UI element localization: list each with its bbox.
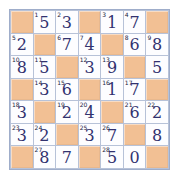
- clue-number: 7: [80, 34, 84, 41]
- cell-digit: 7: [130, 15, 140, 31]
- entry-cell-r3c7[interactable]: 5: [146, 56, 168, 78]
- entry-cell-r3c4[interactable]: 123: [79, 56, 101, 78]
- clue-number: 22: [147, 101, 155, 108]
- blocked-cell-r1c1: [11, 11, 33, 33]
- clue-number: 24: [35, 124, 43, 131]
- clue-number: 4: [125, 11, 129, 18]
- blocked-cell-r6c6: [124, 124, 146, 146]
- clue-number: 21: [125, 101, 133, 108]
- cell-digit: 5: [39, 15, 49, 31]
- cell-digit: 8: [152, 37, 162, 53]
- clue-number: 16: [102, 79, 110, 86]
- entry-cell-r5c6[interactable]: 216: [124, 101, 146, 123]
- clue-number: 27: [35, 146, 43, 153]
- clue-number: 9: [147, 34, 151, 41]
- cell-digit: 7: [62, 37, 72, 53]
- clue-number: 8: [125, 34, 129, 41]
- entry-cell-r6c7[interactable]: 8: [146, 124, 168, 146]
- clue-number: 5: [12, 34, 16, 41]
- entry-cell-r1c3[interactable]: 23: [56, 11, 78, 33]
- cell-digit: 1: [107, 15, 117, 31]
- blocked-cell-r7c4: [79, 146, 101, 168]
- entry-cell-r6c5[interactable]: 267: [101, 124, 123, 146]
- entry-cell-r7c3[interactable]: 7: [56, 146, 78, 168]
- blocked-cell-r4c4: [79, 79, 101, 101]
- puzzle-board: 1523314752677486981081151231395143156161…: [9, 9, 170, 170]
- cell-digit: 4: [84, 37, 94, 53]
- blocked-cell-r2c5: [101, 34, 123, 56]
- entry-cell-r4c2[interactable]: 143: [34, 79, 56, 101]
- clue-number: 14: [35, 79, 43, 86]
- blocked-cell-r5c5: [101, 101, 123, 123]
- blocked-cell-r6c3: [56, 124, 78, 146]
- entry-cell-r2c4[interactable]: 74: [79, 34, 101, 56]
- cell-digit: 2: [17, 37, 27, 53]
- entry-cell-r1c6[interactable]: 47: [124, 11, 146, 33]
- entry-cell-r4c6[interactable]: 177: [124, 79, 146, 101]
- entry-cell-r7c5[interactable]: 285: [101, 146, 123, 168]
- cell-digit: 0: [130, 150, 140, 166]
- entry-cell-r1c2[interactable]: 15: [34, 11, 56, 33]
- clue-number: 26: [102, 124, 110, 131]
- clue-number: 17: [125, 79, 133, 86]
- entry-cell-r3c2[interactable]: 115: [34, 56, 56, 78]
- entry-cell-r2c6[interactable]: 86: [124, 34, 146, 56]
- blocked-cell-r7c1: [11, 146, 33, 168]
- blocked-cell-r4c1: [11, 79, 33, 101]
- entry-cell-r7c2[interactable]: 278: [34, 146, 56, 168]
- entry-cell-r2c7[interactable]: 98: [146, 34, 168, 56]
- clue-number: 6: [57, 34, 61, 41]
- blocked-cell-r2c2: [34, 34, 56, 56]
- entry-cell-r6c2[interactable]: 242: [34, 124, 56, 146]
- cell-digit: 6: [130, 37, 140, 53]
- cell-digit: 5: [152, 60, 162, 76]
- entry-cell-r1c5[interactable]: 31: [101, 11, 123, 33]
- clue-number: 2: [57, 11, 61, 18]
- clue-number: 3: [102, 11, 106, 18]
- blocked-cell-r5c2: [34, 101, 56, 123]
- blocked-cell-r1c7: [146, 11, 168, 33]
- clue-number: 10: [12, 56, 20, 63]
- cell-digit: 8: [152, 128, 162, 144]
- entry-cell-r2c1[interactable]: 52: [11, 34, 33, 56]
- cell-digit: 7: [62, 150, 72, 166]
- blocked-cell-r1c4: [79, 11, 101, 33]
- entry-cell-r4c5[interactable]: 161: [101, 79, 123, 101]
- clue-number: 28: [102, 146, 110, 153]
- clue-number: 13: [102, 56, 110, 63]
- clue-number: 15: [57, 79, 65, 86]
- clue-number: 12: [80, 56, 88, 63]
- entry-cell-r3c1[interactable]: 108: [11, 56, 33, 78]
- entry-cell-r2c3[interactable]: 67: [56, 34, 78, 56]
- blocked-cell-r4c7: [146, 79, 168, 101]
- clue-number: 19: [57, 101, 65, 108]
- entry-cell-r5c4[interactable]: 204: [79, 101, 101, 123]
- blocked-cell-r3c3: [56, 56, 78, 78]
- blocked-cell-r3c6: [124, 56, 146, 78]
- clue-number: 23: [12, 124, 20, 131]
- clue-number: 11: [35, 56, 43, 63]
- clue-number: 18: [12, 101, 20, 108]
- entry-cell-r6c1[interactable]: 233: [11, 124, 33, 146]
- clue-number: 20: [80, 101, 88, 108]
- blocked-cell-r7c7: [146, 146, 168, 168]
- entry-cell-r3c5[interactable]: 139: [101, 56, 123, 78]
- entry-cell-r5c1[interactable]: 183: [11, 101, 33, 123]
- clue-number: 1: [35, 11, 39, 18]
- entry-cell-r6c4[interactable]: 253: [79, 124, 101, 146]
- entry-cell-r5c3[interactable]: 192: [56, 101, 78, 123]
- entry-cell-r5c7[interactable]: 222: [146, 101, 168, 123]
- entry-cell-r7c6[interactable]: 0: [124, 146, 146, 168]
- cell-digit: 3: [62, 15, 72, 31]
- clue-number: 25: [80, 124, 88, 131]
- entry-cell-r4c3[interactable]: 156: [56, 79, 78, 101]
